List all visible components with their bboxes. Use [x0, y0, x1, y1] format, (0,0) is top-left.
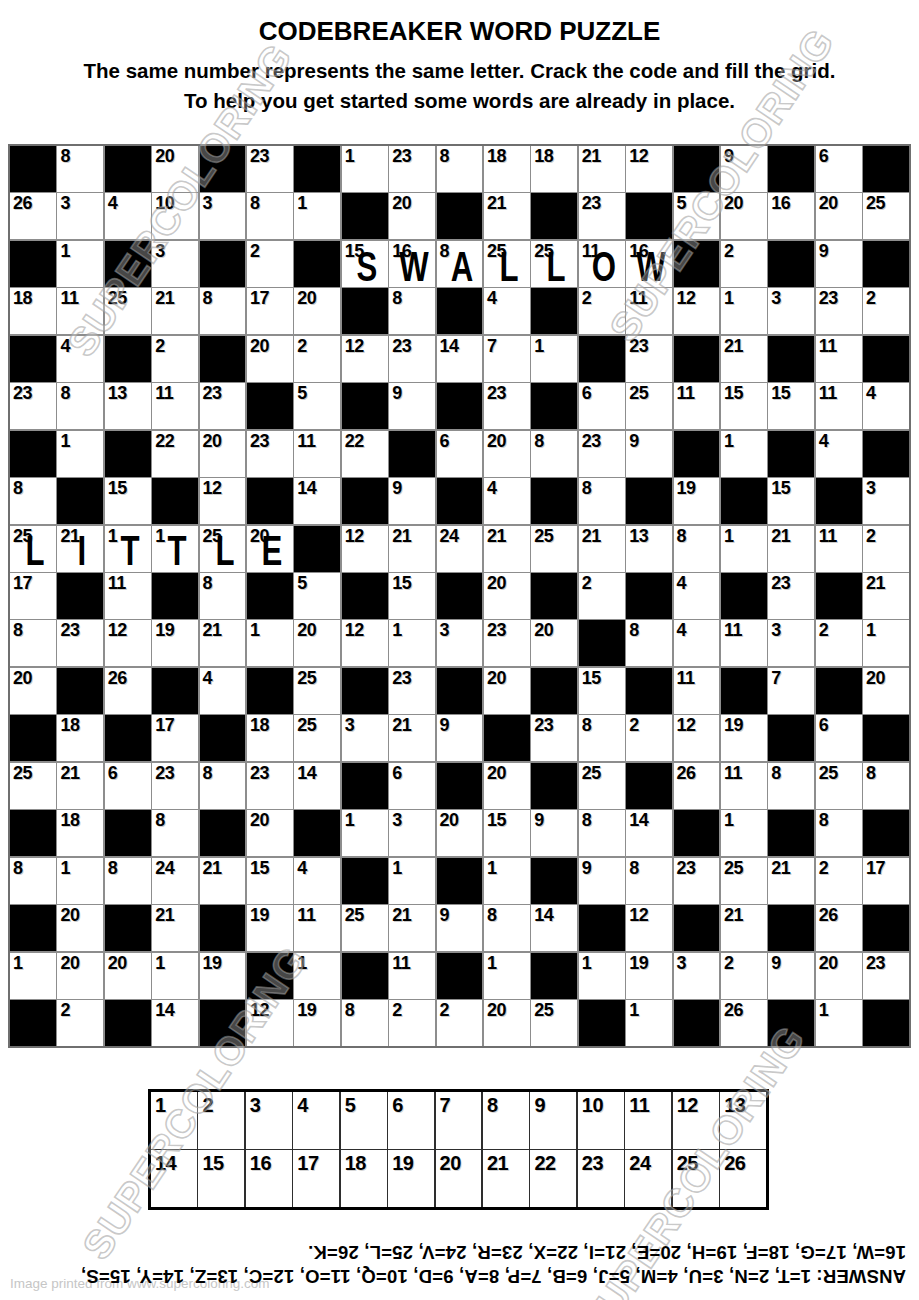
- grid-cell-r14c18[interactable]: 25: [816, 763, 862, 809]
- grid-cell-r9c1[interactable]: 25L: [10, 526, 56, 572]
- grid-cell-r6c7[interactable]: 5: [294, 383, 340, 429]
- grid-cell-r11c5[interactable]: 21: [200, 620, 246, 666]
- grid-cell-r16c6[interactable]: 15: [247, 858, 293, 904]
- grid-cell-r9c16[interactable]: 1: [721, 526, 767, 572]
- grid-cell-r13c10[interactable]: 9: [437, 715, 483, 761]
- grid-cell-r9c10[interactable]: 24: [437, 526, 483, 572]
- grid-cell-r17c14[interactable]: 12: [626, 905, 672, 951]
- grid-cell-r7c12[interactable]: 8: [531, 431, 577, 477]
- grid-cell-r9c14[interactable]: 13: [626, 526, 672, 572]
- grid-cell-r10c19[interactable]: 21: [863, 573, 909, 619]
- grid-cell-r2c17[interactable]: 16: [768, 193, 814, 239]
- grid-cell-r18c17[interactable]: 9: [768, 953, 814, 999]
- grid-cell-r5c6[interactable]: 20: [247, 336, 293, 382]
- grid-cell-r10c1[interactable]: 17: [10, 573, 56, 619]
- grid-cell-r2c11[interactable]: 21: [484, 193, 530, 239]
- grid-cell-r4c6[interactable]: 17: [247, 288, 293, 334]
- grid-cell-r19c16[interactable]: 26: [721, 1000, 767, 1046]
- grid-cell-r19c18[interactable]: 1: [816, 1000, 862, 1046]
- decoder-cell-7[interactable]: 7: [436, 1092, 482, 1149]
- cell-code-number: 14: [297, 764, 316, 783]
- grid-cell-r7c16[interactable]: 1: [721, 431, 767, 477]
- decoder-cell-13[interactable]: 13: [720, 1092, 766, 1149]
- grid-cell-r9c3[interactable]: 1T: [105, 526, 151, 572]
- grid-cell-r11c18[interactable]: 2: [816, 620, 862, 666]
- grid-cell-r11c1[interactable]: 8: [10, 620, 56, 666]
- grid-cell-r3c12[interactable]: 25L: [531, 241, 577, 287]
- cell-code-number: 17: [250, 289, 269, 308]
- grid-cell-r11c16[interactable]: 11: [721, 620, 767, 666]
- grid-cell-r11c9[interactable]: 1: [389, 620, 435, 666]
- grid-cell-r15c12[interactable]: 9: [531, 810, 577, 856]
- grid-cell-r2c16[interactable]: 20: [721, 193, 767, 239]
- grid-cell-r17c16[interactable]: 21: [721, 905, 767, 951]
- grid-cell-r15c9[interactable]: 3: [389, 810, 435, 856]
- grid-cell-r2c3[interactable]: 4: [105, 193, 151, 239]
- grid-cell-r9c18[interactable]: 11: [816, 526, 862, 572]
- grid-cell-r18c16[interactable]: 2: [721, 953, 767, 999]
- grid-cell-r5c18[interactable]: 11: [816, 336, 862, 382]
- grid-cell-r5c9[interactable]: 23: [389, 336, 435, 382]
- grid-cell-r9c19[interactable]: 2: [863, 526, 909, 572]
- grid-cell-r16c9[interactable]: 1: [389, 858, 435, 904]
- cell-code-number: 20: [297, 289, 316, 308]
- grid-cell-r6c9[interactable]: 9: [389, 383, 435, 429]
- grid-cell-r8c9[interactable]: 9: [389, 478, 435, 524]
- grid-cell-r8c11[interactable]: 4: [484, 478, 530, 524]
- grid-cell-r6c14[interactable]: 25: [626, 383, 672, 429]
- grid-cell-r13c16[interactable]: 19: [721, 715, 767, 761]
- grid-cell-r4c4[interactable]: 21: [152, 288, 198, 334]
- grid-cell-r7c2[interactable]: 1: [57, 431, 103, 477]
- decoder-cell-6[interactable]: 6: [388, 1092, 434, 1149]
- grid-cell-r12c19[interactable]: 20: [863, 668, 909, 714]
- grid-cell-r2c15[interactable]: 5: [674, 193, 720, 239]
- cell-code-number: 8: [60, 147, 70, 166]
- grid-cell-r10c9[interactable]: 15: [389, 573, 435, 619]
- cell-code-number: 12: [203, 479, 222, 498]
- grid-cell-r5c7[interactable]: 2: [294, 336, 340, 382]
- grid-cell-r7c6[interactable]: 23: [247, 431, 293, 477]
- grid-cell-r4c19[interactable]: 2: [863, 288, 909, 334]
- grid-cell-r2c2[interactable]: 3: [57, 193, 103, 239]
- grid-cell-r13c12[interactable]: 23: [531, 715, 577, 761]
- grid-cell-r12c3[interactable]: 26: [105, 668, 151, 714]
- cell-code-number: 1: [13, 954, 23, 973]
- grid-cell-r1c8[interactable]: 1: [342, 146, 388, 192]
- grid-cell-r16c17[interactable]: 21: [768, 858, 814, 904]
- grid-cell-r19c2[interactable]: 2: [57, 1000, 103, 1046]
- grid-cell-r16c19[interactable]: 17: [863, 858, 909, 904]
- grid-cell-r8c17[interactable]: 15: [768, 478, 814, 524]
- grid-cell-r15c13[interactable]: 8: [579, 810, 625, 856]
- grid-cell-r3c18[interactable]: 9: [816, 241, 862, 287]
- grid-cell-r9c17[interactable]: 21: [768, 526, 814, 572]
- decoder-cell-23[interactable]: 23: [578, 1150, 624, 1207]
- grid-cell-r1c10[interactable]: 8: [437, 146, 483, 192]
- answer-line-2: 16=W, 17=G, 18=F, 19=H, 20=E, 21=I, 22=X…: [28, 1240, 906, 1264]
- decoder-number: 21: [487, 1152, 508, 1175]
- grid-cell-r9c11[interactable]: 21: [484, 526, 530, 572]
- grid-cell-r1c12[interactable]: 18: [531, 146, 577, 192]
- grid-cell-r14c7[interactable]: 14: [294, 763, 340, 809]
- grid-cell-r15c14[interactable]: 14: [626, 810, 672, 856]
- grid-cell-r18c9[interactable]: 11: [389, 953, 435, 999]
- grid-cell-r9c13[interactable]: 21: [579, 526, 625, 572]
- grid-cell-r4c2[interactable]: 11: [57, 288, 103, 334]
- cell-code-number: 8: [155, 811, 165, 830]
- grid-cell-r1c13[interactable]: 21: [579, 146, 625, 192]
- decoder-cell-10[interactable]: 10: [578, 1092, 624, 1149]
- grid-cell-r7c5[interactable]: 20: [200, 431, 246, 477]
- grid-cell-r8c7[interactable]: 14: [294, 478, 340, 524]
- grid-cell-r16c7[interactable]: 4: [294, 858, 340, 904]
- grid-cell-r6c4[interactable]: 11: [152, 383, 198, 429]
- grid-cell-r19c11[interactable]: 20: [484, 1000, 530, 1046]
- grid-cell-r17c11[interactable]: 8: [484, 905, 530, 951]
- grid-cell-r12c11[interactable]: 20: [484, 668, 530, 714]
- grid-cell-r5c14[interactable]: 23: [626, 336, 672, 382]
- grid-cell-r14c17[interactable]: 8: [768, 763, 814, 809]
- decoder-cell-25[interactable]: 25: [673, 1150, 719, 1207]
- decoder-cell-8[interactable]: 8: [483, 1092, 529, 1149]
- grid-cell-r19c14[interactable]: 1: [626, 1000, 672, 1046]
- grid-cell-r12c15[interactable]: 11: [674, 668, 720, 714]
- grid-cell-r10c5[interactable]: 8: [200, 573, 246, 619]
- grid-cell-r5c12[interactable]: 1: [531, 336, 577, 382]
- grid-cell-r14c11[interactable]: 20: [484, 763, 530, 809]
- grid-cell-r17c12[interactable]: 14: [531, 905, 577, 951]
- grid-cell-r18c18[interactable]: 20: [816, 953, 862, 999]
- grid-cell-r10c15[interactable]: 4: [674, 573, 720, 619]
- grid-cell-r3c9[interactable]: 16W: [389, 241, 435, 287]
- grid-cell-r3c10[interactable]: 8A: [437, 241, 483, 287]
- grid-cell-r2c19[interactable]: 25: [863, 193, 909, 239]
- grid-cell-r10c11[interactable]: 20: [484, 573, 530, 619]
- grid-cell-r4c7[interactable]: 20: [294, 288, 340, 334]
- grid-cell-r7c14[interactable]: 9: [626, 431, 672, 477]
- grid-cell-r16c18[interactable]: 2: [816, 858, 862, 904]
- grid-cell-r6c2[interactable]: 8: [57, 383, 103, 429]
- grid-cell-r18c15[interactable]: 3: [674, 953, 720, 999]
- grid-cell-r14c9[interactable]: 6: [389, 763, 435, 809]
- grid-cell-r1c6[interactable]: 23: [247, 146, 293, 192]
- grid-cell-r16c2[interactable]: 1: [57, 858, 103, 904]
- grid-cell-r14c1[interactable]: 25: [10, 763, 56, 809]
- grid-cell-r19c6[interactable]: 12: [247, 1000, 293, 1046]
- grid-cell-r1c14[interactable]: 12: [626, 146, 672, 192]
- grid-cell-r5c10[interactable]: 14: [437, 336, 483, 382]
- grid-cell-r6c11[interactable]: 23: [484, 383, 530, 429]
- grid-cell-r1c16[interactable]: 9: [721, 146, 767, 192]
- grid-cell-r11c12[interactable]: 20: [531, 620, 577, 666]
- grid-cell-r8c15[interactable]: 19: [674, 478, 720, 524]
- cell-code-number: 17: [155, 716, 174, 735]
- grid-cell-r17c2[interactable]: 20: [57, 905, 103, 951]
- decoder-cell-4[interactable]: 4: [293, 1092, 339, 1149]
- grid-cell-r19c7[interactable]: 19: [294, 1000, 340, 1046]
- grid-cell-r1c9[interactable]: 23: [389, 146, 435, 192]
- grid-cell-r2c4[interactable]: 10: [152, 193, 198, 239]
- grid-cell-r16c15[interactable]: 23: [674, 858, 720, 904]
- decoder-cell-2[interactable]: 2: [198, 1092, 244, 1149]
- grid-cell-r9c9[interactable]: 21: [389, 526, 435, 572]
- grid-cell-r14c13[interactable]: 25: [579, 763, 625, 809]
- grid-cell-r11c7[interactable]: 20: [294, 620, 340, 666]
- grid-cell-r10c13[interactable]: 2: [579, 573, 625, 619]
- grid-cell-r15c8[interactable]: 1: [342, 810, 388, 856]
- grid-cell-r14c16[interactable]: 11: [721, 763, 767, 809]
- decoder-cell-17[interactable]: 17: [293, 1150, 339, 1207]
- grid-cell-r4c11[interactable]: 4: [484, 288, 530, 334]
- grid-cell-r10c7[interactable]: 5: [294, 573, 340, 619]
- grid-cell-r13c14[interactable]: 2: [626, 715, 672, 761]
- grid-cell-r19c9[interactable]: 2: [389, 1000, 435, 1046]
- grid-cell-r5c11[interactable]: 7: [484, 336, 530, 382]
- grid-cell-r16c1[interactable]: 8: [10, 858, 56, 904]
- grid-cell-r5c4[interactable]: 2: [152, 336, 198, 382]
- grid-cell-r3c4[interactable]: 3: [152, 241, 198, 287]
- grid-cell-r8c5[interactable]: 12: [200, 478, 246, 524]
- grid-cell-r1c18[interactable]: 6: [816, 146, 862, 192]
- grid-cell-r13c2[interactable]: 18: [57, 715, 103, 761]
- decoder-cell-26[interactable]: 26: [720, 1150, 766, 1207]
- grid-cell-r8c3[interactable]: 15: [105, 478, 151, 524]
- grid-cell-r17c18[interactable]: 26: [816, 905, 862, 951]
- grid-cell-r4c9[interactable]: 8: [389, 288, 435, 334]
- grid-cell-r3c8[interactable]: 15S: [342, 241, 388, 287]
- grid-cell-r3c11[interactable]: 25L: [484, 241, 530, 287]
- grid-cell-r6c5[interactable]: 23: [200, 383, 246, 429]
- grid-cell-r7c10[interactable]: 6: [437, 431, 483, 477]
- grid-cell-r11c14[interactable]: 8: [626, 620, 672, 666]
- grid-cell-r13c6[interactable]: 18: [247, 715, 293, 761]
- grid-cell-r3c2[interactable]: 1: [57, 241, 103, 287]
- grid-cell-r2c9[interactable]: 20: [389, 193, 435, 239]
- decoder-cell-9[interactable]: 9: [530, 1092, 576, 1149]
- decoder-cell-3[interactable]: 3: [246, 1092, 292, 1149]
- grid-cell-r11c10[interactable]: 3: [437, 620, 483, 666]
- grid-cell-r4c14[interactable]: 11: [626, 288, 672, 334]
- grid-cell-r10c3[interactable]: 11: [105, 573, 151, 619]
- grid-cell-r16c4[interactable]: 24: [152, 858, 198, 904]
- grid-cell-r9c15[interactable]: 8: [674, 526, 720, 572]
- grid-cell-r18c1[interactable]: 1: [10, 953, 56, 999]
- grid-cell-r5c16[interactable]: 21: [721, 336, 767, 382]
- decoder-cell-11[interactable]: 11: [625, 1092, 671, 1149]
- grid-cell-r3c14[interactable]: 16W: [626, 241, 672, 287]
- grid-cell-r7c11[interactable]: 20: [484, 431, 530, 477]
- grid-cell-r9c5[interactable]: 25L: [200, 526, 246, 572]
- grid-cell-r1c2[interactable]: 8: [57, 146, 103, 192]
- grid-cell-r4c18[interactable]: 23: [816, 288, 862, 334]
- grid-cell-r17c6[interactable]: 19: [247, 905, 293, 951]
- grid-cell-r11c19[interactable]: 1: [863, 620, 909, 666]
- grid-cell-r17c9[interactable]: 21: [389, 905, 435, 951]
- grid-cell-r2c1[interactable]: 26: [10, 193, 56, 239]
- grid-cell-r18c13[interactable]: 1: [579, 953, 625, 999]
- black-cell: [437, 763, 483, 809]
- grid-cell-r6c1[interactable]: 23: [10, 383, 56, 429]
- grid-cell-r14c19[interactable]: 8: [863, 763, 909, 809]
- grid-cell-r4c17[interactable]: 3: [768, 288, 814, 334]
- grid-cell-r4c16[interactable]: 1: [721, 288, 767, 334]
- grid-cell-r5c8[interactable]: 12: [342, 336, 388, 382]
- decoder-cell-15[interactable]: 15: [198, 1150, 244, 1207]
- grid-cell-r17c8[interactable]: 25: [342, 905, 388, 951]
- grid-cell-r11c11[interactable]: 23: [484, 620, 530, 666]
- black-cell: [200, 810, 246, 856]
- grid-cell-r2c18[interactable]: 20: [816, 193, 862, 239]
- grid-cell-r19c12[interactable]: 25: [531, 1000, 577, 1046]
- grid-cell-r13c8[interactable]: 3: [342, 715, 388, 761]
- grid-cell-r2c6[interactable]: 8: [247, 193, 293, 239]
- grid-cell-r6c13[interactable]: 6: [579, 383, 625, 429]
- grid-cell-r17c4[interactable]: 21: [152, 905, 198, 951]
- grid-cell-r2c7[interactable]: 1: [294, 193, 340, 239]
- decoder-cell-22[interactable]: 22: [530, 1150, 576, 1207]
- decoder-cell-14[interactable]: 14: [151, 1150, 197, 1207]
- grid-cell-r4c1[interactable]: 18: [10, 288, 56, 334]
- black-cell: [200, 715, 246, 761]
- grid-cell-r17c10[interactable]: 9: [437, 905, 483, 951]
- grid-cell-r19c4[interactable]: 14: [152, 1000, 198, 1046]
- grid-cell-r4c15[interactable]: 12: [674, 288, 720, 334]
- grid-cell-r8c19[interactable]: 3: [863, 478, 909, 524]
- grid-cell-r12c7[interactable]: 25: [294, 668, 340, 714]
- grid-cell-r14c2[interactable]: 21: [57, 763, 103, 809]
- grid-cell-r3c6[interactable]: 2: [247, 241, 293, 287]
- grid-cell-r2c13[interactable]: 23: [579, 193, 625, 239]
- grid-cell-r8c1[interactable]: 8: [10, 478, 56, 524]
- grid-cell-r8c13[interactable]: 8: [579, 478, 625, 524]
- grid-cell-r6c19[interactable]: 4: [863, 383, 909, 429]
- grid-cell-r4c13[interactable]: 2: [579, 288, 625, 334]
- grid-cell-r18c3[interactable]: 20: [105, 953, 151, 999]
- grid-cell-r11c4[interactable]: 19: [152, 620, 198, 666]
- grid-cell-r14c5[interactable]: 8: [200, 763, 246, 809]
- grid-cell-r12c17[interactable]: 7: [768, 668, 814, 714]
- grid-cell-r18c11[interactable]: 1: [484, 953, 530, 999]
- grid-cell-r18c19[interactable]: 23: [863, 953, 909, 999]
- grid-cell-r11c17[interactable]: 3: [768, 620, 814, 666]
- grid-cell-r16c11[interactable]: 1: [484, 858, 530, 904]
- grid-cell-r18c7[interactable]: 1: [294, 953, 340, 999]
- grid-cell-r11c3[interactable]: 12: [105, 620, 151, 666]
- grid-cell-r16c16[interactable]: 25: [721, 858, 767, 904]
- black-cell: [768, 715, 814, 761]
- grid-cell-r12c5[interactable]: 4: [200, 668, 246, 714]
- grid-cell-r11c6[interactable]: 1: [247, 620, 293, 666]
- grid-cell-r15c18[interactable]: 8: [816, 810, 862, 856]
- grid-cell-r13c9[interactable]: 21: [389, 715, 435, 761]
- grid-cell-r15c10[interactable]: 20: [437, 810, 483, 856]
- grid-cell-r18c5[interactable]: 19: [200, 953, 246, 999]
- grid-cell-r14c4[interactable]: 23: [152, 763, 198, 809]
- cell-code-number: 15: [108, 479, 127, 498]
- grid-cell-r16c14[interactable]: 8: [626, 858, 672, 904]
- grid-cell-r16c13[interactable]: 9: [579, 858, 625, 904]
- grid-cell-r13c7[interactable]: 25: [294, 715, 340, 761]
- grid-cell-r7c8[interactable]: 22: [342, 431, 388, 477]
- grid-cell-r14c15[interactable]: 26: [674, 763, 720, 809]
- grid-cell-r19c10[interactable]: 2: [437, 1000, 483, 1046]
- grid-cell-r12c13[interactable]: 15: [579, 668, 625, 714]
- decoder-cell-5[interactable]: 5: [341, 1092, 387, 1149]
- grid-cell-r6c17[interactable]: 15: [768, 383, 814, 429]
- grid-cell-r15c4[interactable]: 8: [152, 810, 198, 856]
- grid-cell-r19c8[interactable]: 8: [342, 1000, 388, 1046]
- decoder-cell-24[interactable]: 24: [625, 1150, 671, 1207]
- grid-cell-r16c3[interactable]: 8: [105, 858, 151, 904]
- grid-cell-r7c13[interactable]: 23: [579, 431, 625, 477]
- decoder-cell-1[interactable]: 1: [151, 1092, 197, 1149]
- decoder-cell-12[interactable]: 12: [673, 1092, 719, 1149]
- decoder-cell-18[interactable]: 18: [341, 1150, 387, 1207]
- grid-cell-r7c7[interactable]: 11: [294, 431, 340, 477]
- grid-cell-r9c6[interactable]: 20E: [247, 526, 293, 572]
- grid-cell-r15c16[interactable]: 1: [721, 810, 767, 856]
- grid-cell-r4c5[interactable]: 8: [200, 288, 246, 334]
- grid-cell-r11c15[interactable]: 4: [674, 620, 720, 666]
- grid-cell-r13c15[interactable]: 12: [674, 715, 720, 761]
- grid-cell-r9c12[interactable]: 25: [531, 526, 577, 572]
- grid-cell-r13c13[interactable]: 8: [579, 715, 625, 761]
- cell-code-number: 15: [582, 669, 601, 688]
- grid-cell-r9c8[interactable]: 12: [342, 526, 388, 572]
- grid-cell-r5c2[interactable]: 4: [57, 336, 103, 382]
- grid-cell-r15c6[interactable]: 20: [247, 810, 293, 856]
- grid-cell-r6c15[interactable]: 11: [674, 383, 720, 429]
- grid-cell-r6c3[interactable]: 13: [105, 383, 151, 429]
- grid-cell-r6c18[interactable]: 11: [816, 383, 862, 429]
- grid-cell-r17c7[interactable]: 11: [294, 905, 340, 951]
- decoder-cell-16[interactable]: 16: [246, 1150, 292, 1207]
- decoder-cell-20[interactable]: 20: [436, 1150, 482, 1207]
- cell-code-number: 2: [582, 574, 592, 593]
- grid-cell-r10c17[interactable]: 23: [768, 573, 814, 619]
- grid-cell-r15c11[interactable]: 15: [484, 810, 530, 856]
- grid-cell-r18c4[interactable]: 1: [152, 953, 198, 999]
- grid-cell-r11c2[interactable]: 23: [57, 620, 103, 666]
- grid-cell-r3c13[interactable]: 11O: [579, 241, 625, 287]
- grid-cell-r15c2[interactable]: 18: [57, 810, 103, 856]
- cell-code-number: 19: [203, 954, 222, 973]
- grid-cell-r9c2[interactable]: 21I: [57, 526, 103, 572]
- grid-cell-r18c14[interactable]: 19: [626, 953, 672, 999]
- grid-cell-r2c5[interactable]: 3: [200, 193, 246, 239]
- grid-cell-r4c3[interactable]: 25: [105, 288, 151, 334]
- grid-cell-r13c4[interactable]: 17: [152, 715, 198, 761]
- grid-cell-r1c11[interactable]: 18: [484, 146, 530, 192]
- decoder-cell-19[interactable]: 19: [388, 1150, 434, 1207]
- grid-cell-r12c1[interactable]: 20: [10, 668, 56, 714]
- grid-cell-r16c5[interactable]: 21: [200, 858, 246, 904]
- grid-cell-r1c4[interactable]: 20: [152, 146, 198, 192]
- grid-cell-r11c8[interactable]: 12: [342, 620, 388, 666]
- grid-cell-r6c16[interactable]: 15: [721, 383, 767, 429]
- grid-cell-r9c4[interactable]: 1T: [152, 526, 198, 572]
- decoder-cell-21[interactable]: 21: [483, 1150, 529, 1207]
- grid-cell-r14c3[interactable]: 6: [105, 763, 151, 809]
- grid-cell-r18c2[interactable]: 20: [57, 953, 103, 999]
- grid-cell-r7c4[interactable]: 22: [152, 431, 198, 477]
- grid-cell-r13c18[interactable]: 6: [816, 715, 862, 761]
- grid-cell-r3c16[interactable]: 2: [721, 241, 767, 287]
- grid-cell-r12c9[interactable]: 23: [389, 668, 435, 714]
- grid-cell-r14c6[interactable]: 23: [247, 763, 293, 809]
- grid-cell-r7c18[interactable]: 4: [816, 431, 862, 477]
